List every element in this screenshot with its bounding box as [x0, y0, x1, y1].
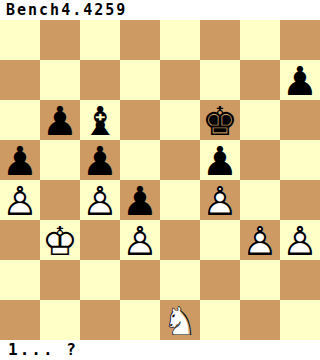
- square-e4[interactable]: [160, 180, 200, 220]
- black-pawn-icon: ♟: [200, 140, 240, 180]
- square-h1[interactable]: [280, 300, 320, 340]
- square-a5[interactable]: ♟: [0, 140, 40, 180]
- black-pawn-icon: ♟: [40, 100, 80, 140]
- square-d3[interactable]: ♟♙: [120, 220, 160, 260]
- square-c1[interactable]: [80, 300, 120, 340]
- square-h2[interactable]: [280, 260, 320, 300]
- square-g4[interactable]: [240, 180, 280, 220]
- square-f3[interactable]: [200, 220, 240, 260]
- square-b5[interactable]: [40, 140, 80, 180]
- square-h6[interactable]: [280, 100, 320, 140]
- square-h4[interactable]: [280, 180, 320, 220]
- white-knight-icon: ♘: [160, 300, 200, 340]
- square-a7[interactable]: [0, 60, 40, 100]
- black-pawn-icon: ♟: [80, 140, 120, 180]
- square-e8[interactable]: [160, 20, 200, 60]
- square-h5[interactable]: [280, 140, 320, 180]
- square-e5[interactable]: [160, 140, 200, 180]
- square-a1[interactable]: [0, 300, 40, 340]
- square-d4[interactable]: ♟: [120, 180, 160, 220]
- square-e3[interactable]: [160, 220, 200, 260]
- square-b1[interactable]: [40, 300, 80, 340]
- square-h8[interactable]: [280, 20, 320, 60]
- square-d6[interactable]: [120, 100, 160, 140]
- square-g6[interactable]: [240, 100, 280, 140]
- chess-app-window: Bench4.4259 ♟♟♝♚♟♟♟♟♙♟♙♟♟♙♚♔♟♙♟♙♟♙♞♘ 1..…: [0, 0, 320, 360]
- white-pawn-icon: ♙: [240, 220, 280, 260]
- square-f6[interactable]: ♚: [200, 100, 240, 140]
- square-b8[interactable]: [40, 20, 80, 60]
- square-h3[interactable]: ♟♙: [280, 220, 320, 260]
- square-d2[interactable]: [120, 260, 160, 300]
- square-c3[interactable]: [80, 220, 120, 260]
- white-pawn-icon: ♙: [200, 180, 240, 220]
- square-b6[interactable]: ♟: [40, 100, 80, 140]
- square-b4[interactable]: [40, 180, 80, 220]
- square-h7[interactable]: ♟: [280, 60, 320, 100]
- square-f2[interactable]: [200, 260, 240, 300]
- square-c2[interactable]: [80, 260, 120, 300]
- square-f5[interactable]: ♟: [200, 140, 240, 180]
- square-d1[interactable]: [120, 300, 160, 340]
- square-e2[interactable]: [160, 260, 200, 300]
- square-a4[interactable]: ♟♙: [0, 180, 40, 220]
- square-c5[interactable]: ♟: [80, 140, 120, 180]
- square-b7[interactable]: [40, 60, 80, 100]
- white-pawn-icon: ♙: [120, 220, 160, 260]
- black-pawn-icon: ♟: [120, 180, 160, 220]
- square-d5[interactable]: [120, 140, 160, 180]
- square-e1[interactable]: ♞♘: [160, 300, 200, 340]
- square-f4[interactable]: ♟♙: [200, 180, 240, 220]
- square-g7[interactable]: [240, 60, 280, 100]
- page-title: Bench4.4259: [6, 1, 127, 20]
- square-g1[interactable]: [240, 300, 280, 340]
- square-a2[interactable]: [0, 260, 40, 300]
- square-g5[interactable]: [240, 140, 280, 180]
- white-pawn-icon: ♙: [80, 180, 120, 220]
- square-b2[interactable]: [40, 260, 80, 300]
- white-king-icon: ♔: [40, 220, 80, 260]
- black-king-icon: ♚: [200, 100, 240, 140]
- square-a6[interactable]: [0, 100, 40, 140]
- square-c7[interactable]: [80, 60, 120, 100]
- black-pawn-icon: ♟: [280, 60, 320, 100]
- black-pawn-icon: ♟: [0, 140, 40, 180]
- square-d8[interactable]: [120, 20, 160, 60]
- square-e6[interactable]: [160, 100, 200, 140]
- square-f7[interactable]: [200, 60, 240, 100]
- white-pawn-icon: ♙: [0, 180, 40, 220]
- black-bishop-icon: ♝: [80, 100, 120, 140]
- square-f8[interactable]: [200, 20, 240, 60]
- square-e7[interactable]: [160, 60, 200, 100]
- square-a8[interactable]: [0, 20, 40, 60]
- move-prompt: 1... ?: [8, 340, 78, 360]
- square-c4[interactable]: ♟♙: [80, 180, 120, 220]
- square-a3[interactable]: [0, 220, 40, 260]
- white-pawn-icon: ♙: [280, 220, 320, 260]
- chess-board: ♟♟♝♚♟♟♟♟♙♟♙♟♟♙♚♔♟♙♟♙♟♙♞♘: [0, 20, 320, 340]
- square-b3[interactable]: ♚♔: [40, 220, 80, 260]
- square-g8[interactable]: [240, 20, 280, 60]
- square-c6[interactable]: ♝: [80, 100, 120, 140]
- square-d7[interactable]: [120, 60, 160, 100]
- square-g2[interactable]: [240, 260, 280, 300]
- square-f1[interactable]: [200, 300, 240, 340]
- square-c8[interactable]: [80, 20, 120, 60]
- square-g3[interactable]: ♟♙: [240, 220, 280, 260]
